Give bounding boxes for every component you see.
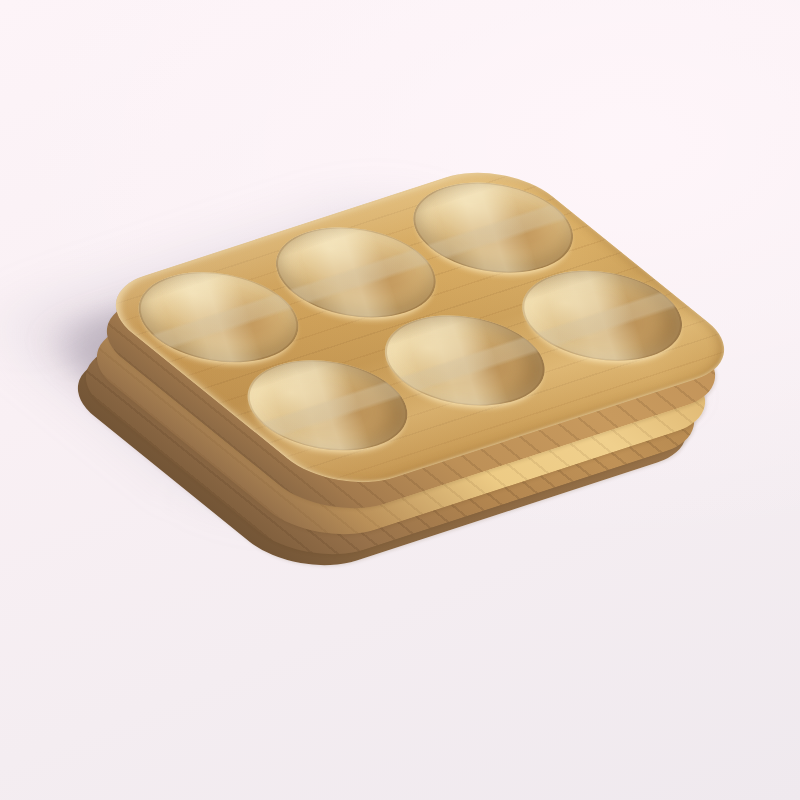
- studio-backdrop: [0, 0, 800, 800]
